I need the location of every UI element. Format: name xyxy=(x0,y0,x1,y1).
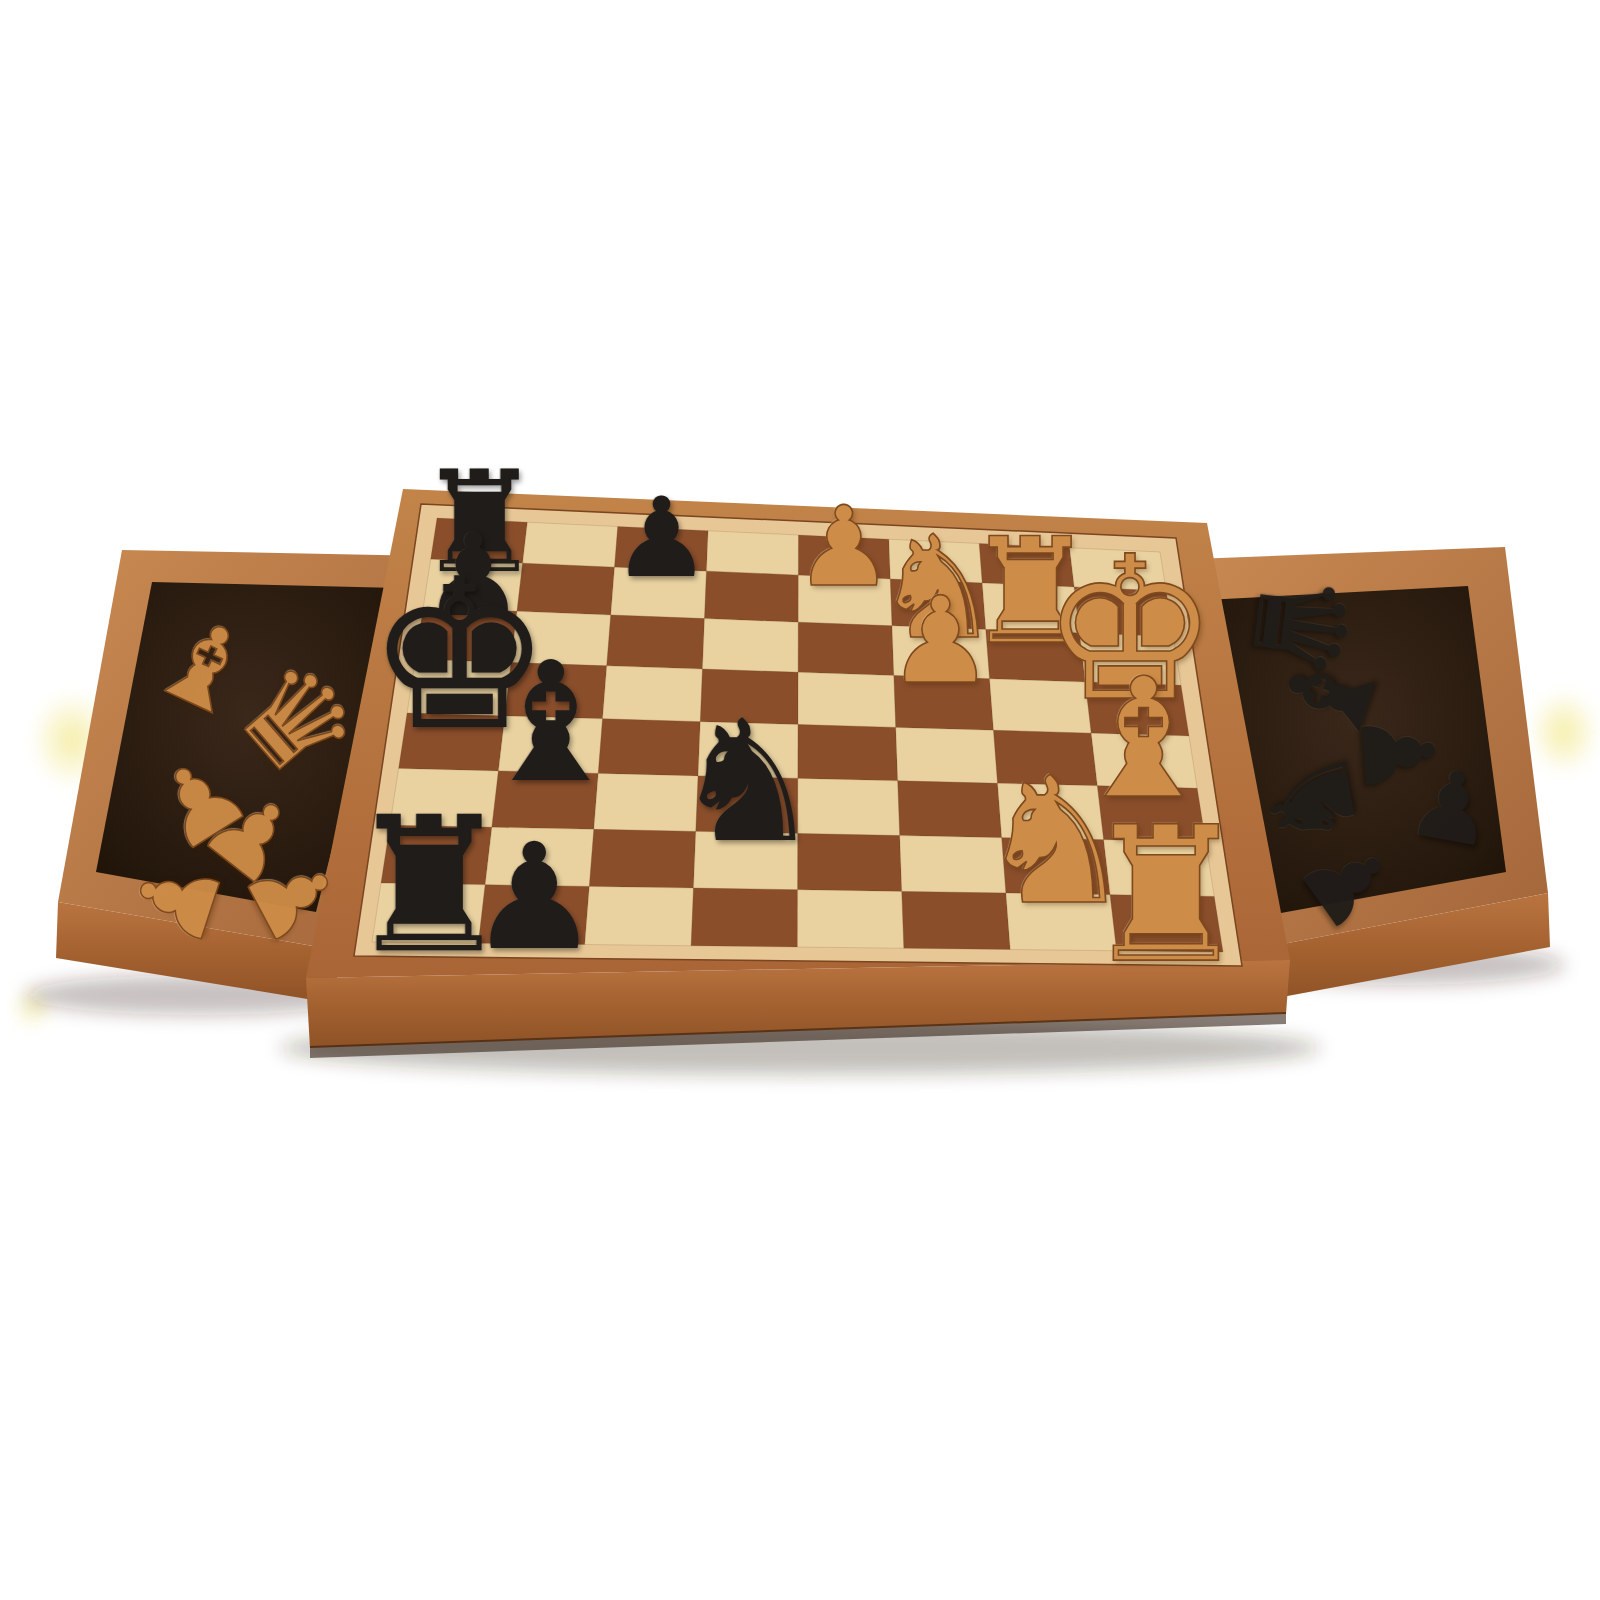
square-e1[interactable] xyxy=(798,890,904,948)
square-d7[interactable] xyxy=(705,571,799,622)
square-c1[interactable] xyxy=(585,886,694,945)
piece-black-pawn-b1[interactable]: ♟ xyxy=(469,824,601,971)
piece-white-pawn-f6[interactable]: ♟ xyxy=(887,581,994,701)
chess-set-photo: ♜♟♟♟♞♜♟♚♚♝♝♞♞♜♟♜♝♛♟♟♟♟♛♝♞♟♟♟ xyxy=(0,0,1600,1600)
square-d6[interactable] xyxy=(702,619,798,673)
captured-black-pawn[interactable]: ♟ xyxy=(1401,752,1502,861)
square-d1[interactable] xyxy=(691,888,798,947)
piece-black-knight-d3[interactable]: ♞ xyxy=(672,698,823,866)
square-d8[interactable] xyxy=(706,531,798,575)
piece-black-pawn-c8[interactable]: ♟ xyxy=(612,484,711,594)
piece-white-rook-h1[interactable]: ♜ xyxy=(1082,803,1250,990)
